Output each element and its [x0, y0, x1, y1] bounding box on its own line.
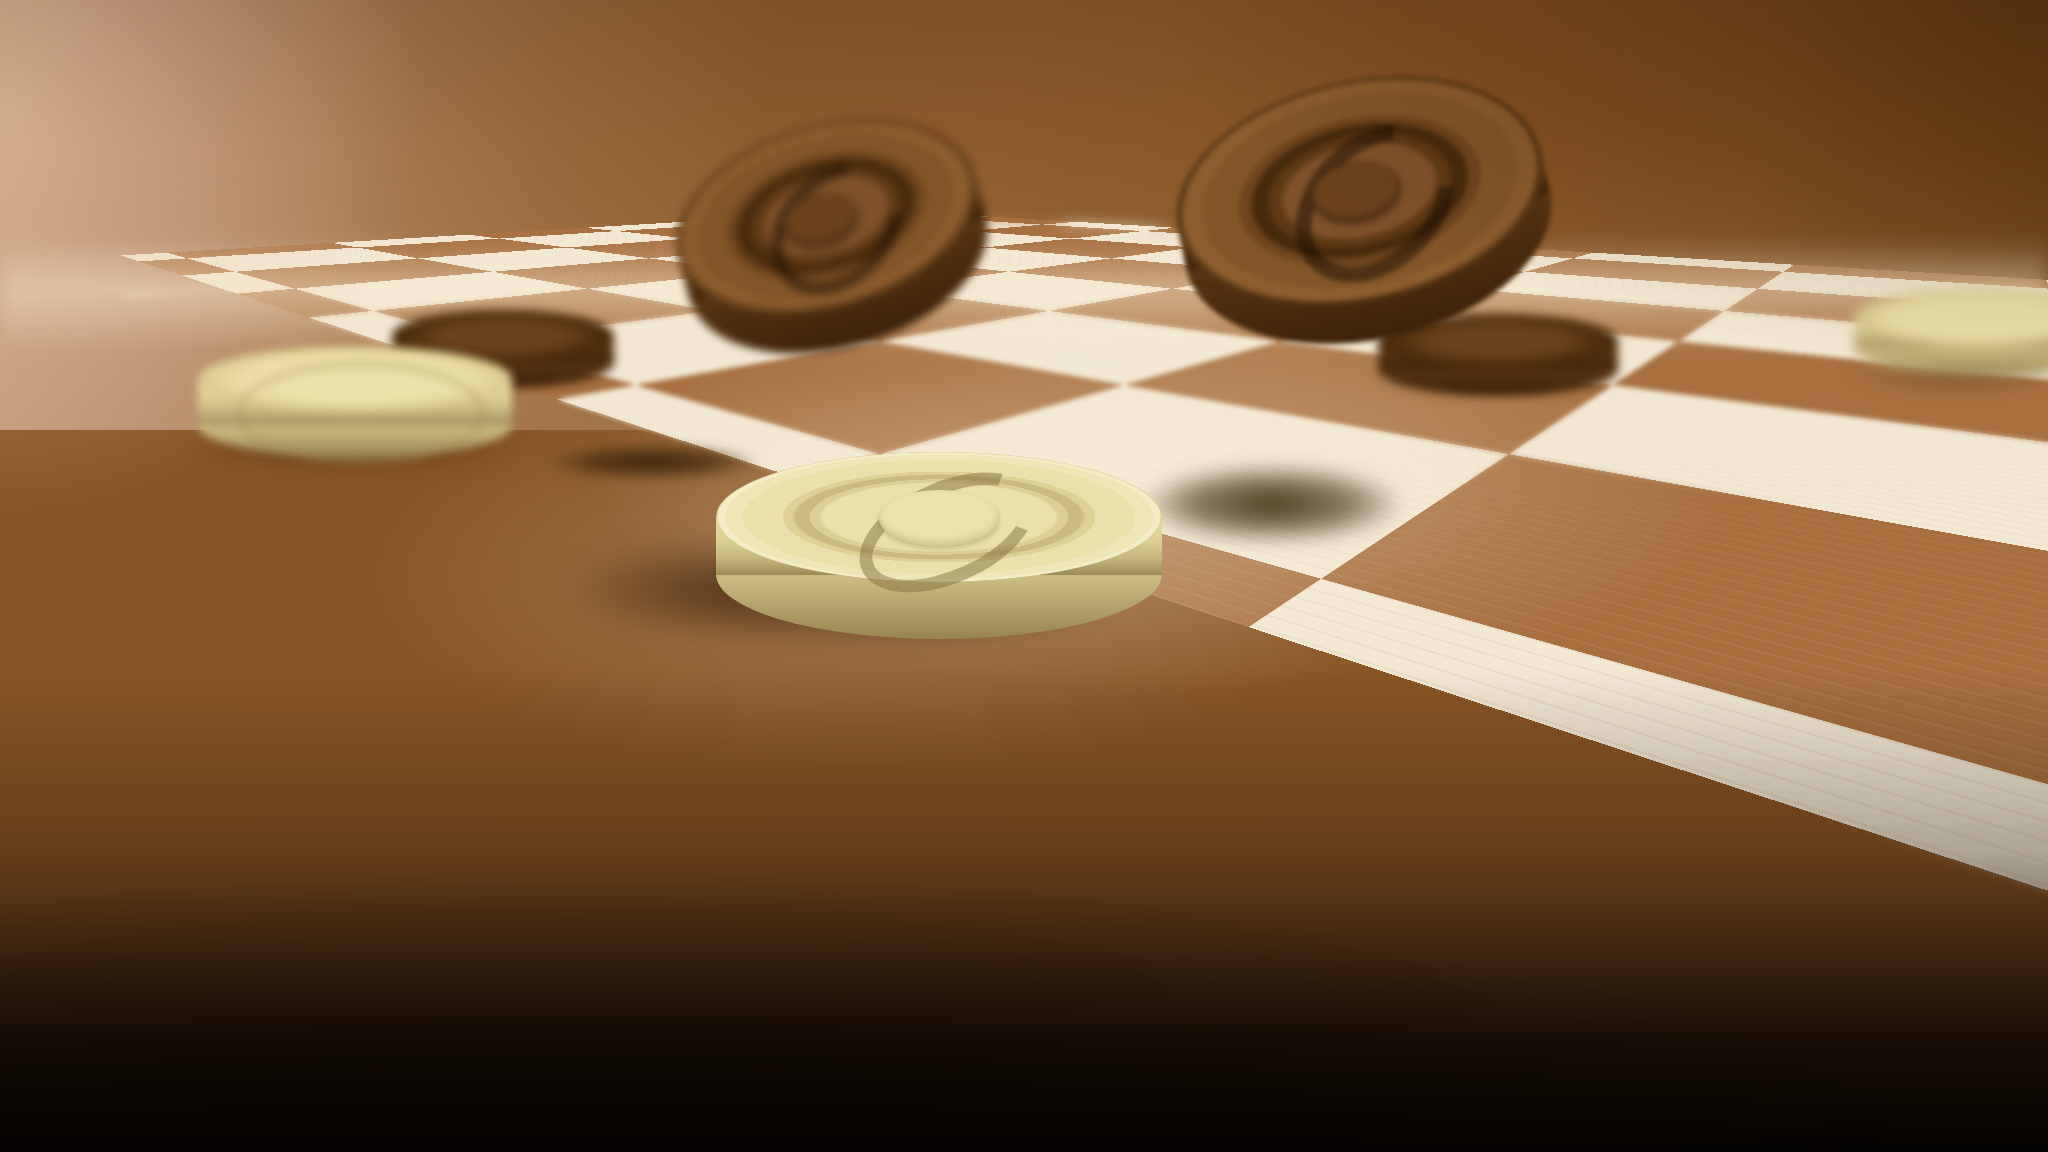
- checkers-scene: 3D-rendered close-up of a wooden checker…: [0, 0, 2048, 1152]
- center-plateau: [879, 490, 999, 546]
- groove-ring: [236, 361, 487, 466]
- horizon-glow: [0, 238, 2048, 353]
- shadow-of-falling-piece-right: [1138, 464, 1406, 544]
- checker-light-center-focus: [716, 452, 1162, 640]
- checker-light-left-background: [198, 346, 512, 468]
- checker-light-right-edge: [1854, 288, 2048, 392]
